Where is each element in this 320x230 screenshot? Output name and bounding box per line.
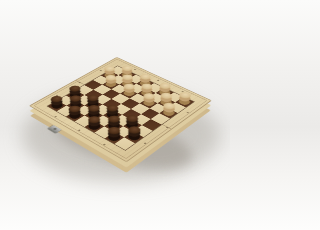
frame-nail-dot [143, 142, 146, 144]
frame-nail-dot [103, 143, 106, 145]
checker-dark [126, 132, 143, 142]
checker-light [177, 98, 193, 107]
frame-nail-dot [134, 69, 137, 70]
photo-scene [0, 0, 230, 230]
board-surface [29, 57, 212, 162]
frame-nail-dot [186, 112, 189, 114]
checker-dark [67, 111, 83, 120]
frame-nail-dot [55, 116, 58, 118]
frame-nail-dot [99, 70, 102, 71]
checker-light [103, 80, 118, 88]
checker-light [161, 109, 177, 118]
checker-light [121, 89, 136, 98]
perspective-stage [0, 0, 230, 230]
checker-light [141, 99, 157, 108]
checkers-board [30, 66, 211, 173]
frame-nail-dot [157, 80, 160, 81]
checker-dark [106, 133, 123, 143]
checker-dark [49, 101, 65, 110]
frame-nail-dot [78, 129, 81, 131]
checker-dark [86, 122, 103, 132]
frame-nail-dot [78, 82, 81, 83]
clasp-pin [53, 128, 57, 131]
